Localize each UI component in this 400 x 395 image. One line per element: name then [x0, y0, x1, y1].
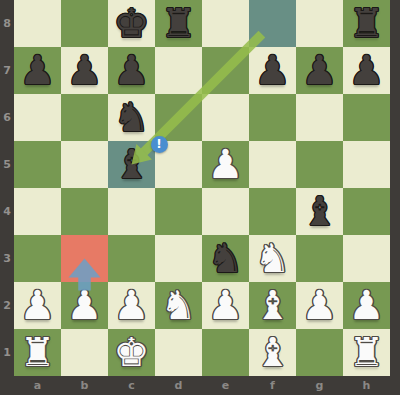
white-bishop-f2[interactable]: ♝	[255, 285, 291, 325]
square-f4[interactable]	[249, 188, 296, 235]
square-h3[interactable]	[343, 235, 390, 282]
square-d6[interactable]	[155, 94, 202, 141]
square-f3[interactable]: ♞	[249, 235, 296, 282]
white-knight-d2[interactable]: ♞	[161, 285, 197, 325]
square-c4[interactable]	[108, 188, 155, 235]
square-g6[interactable]	[296, 94, 343, 141]
square-f5[interactable]	[249, 141, 296, 188]
square-f7[interactable]: ♟	[249, 47, 296, 94]
square-g2[interactable]: ♟	[296, 282, 343, 329]
black-pawn-b7[interactable]: ♟	[67, 50, 103, 90]
square-c5[interactable]: ♝	[108, 141, 155, 188]
white-bishop-f1[interactable]: ♝	[255, 332, 291, 372]
square-f1[interactable]: ♝	[249, 329, 296, 376]
file-label-b: b	[61, 376, 108, 395]
square-a7[interactable]: ♟	[14, 47, 61, 94]
square-e4[interactable]	[202, 188, 249, 235]
square-d3[interactable]	[155, 235, 202, 282]
file-label-g: g	[296, 376, 343, 395]
black-pawn-h7[interactable]: ♟	[349, 50, 385, 90]
square-c8[interactable]: ♚	[108, 0, 155, 47]
square-g7[interactable]: ♟	[296, 47, 343, 94]
square-g8[interactable]	[296, 0, 343, 47]
rank-label-3: 3	[0, 235, 14, 282]
square-f8[interactable]	[249, 0, 296, 47]
black-knight-e3[interactable]: ♞	[208, 238, 244, 278]
square-d8[interactable]: ♜	[155, 0, 202, 47]
square-h6[interactable]	[343, 94, 390, 141]
square-c1[interactable]: ♚	[108, 329, 155, 376]
black-bishop-g4[interactable]: ♝	[302, 191, 338, 231]
square-h7[interactable]: ♟	[343, 47, 390, 94]
square-d2[interactable]: ♞	[155, 282, 202, 329]
black-king-c8[interactable]: ♚	[114, 3, 150, 43]
square-b6[interactable]	[61, 94, 108, 141]
rank-label-7: 7	[0, 47, 14, 94]
square-c3[interactable]	[108, 235, 155, 282]
file-label-h: h	[343, 376, 390, 395]
square-a4[interactable]	[14, 188, 61, 235]
square-e8[interactable]	[202, 0, 249, 47]
square-h5[interactable]	[343, 141, 390, 188]
file-label-c: c	[108, 376, 155, 395]
square-h4[interactable]	[343, 188, 390, 235]
black-rook-h8[interactable]: ♜	[349, 3, 385, 43]
square-e5[interactable]: ♟	[202, 141, 249, 188]
move-quality-badge: !	[151, 136, 168, 153]
square-d4[interactable]	[155, 188, 202, 235]
rank-label-5: 5	[0, 141, 14, 188]
square-e2[interactable]: ♟	[202, 282, 249, 329]
white-pawn-e5[interactable]: ♟	[208, 144, 244, 184]
square-g5[interactable]	[296, 141, 343, 188]
square-d1[interactable]	[155, 329, 202, 376]
badge-symbol: !	[156, 138, 161, 150]
rank-label-4: 4	[0, 188, 14, 235]
square-f6[interactable]	[249, 94, 296, 141]
white-knight-f3[interactable]: ♞	[255, 238, 291, 278]
square-c7[interactable]: ♟	[108, 47, 155, 94]
black-pawn-g7[interactable]: ♟	[302, 50, 338, 90]
file-label-d: d	[155, 376, 202, 395]
square-a5[interactable]	[14, 141, 61, 188]
file-label-e: e	[202, 376, 249, 395]
rank-label-8: 8	[0, 0, 14, 47]
white-rook-h1[interactable]: ♜	[349, 332, 385, 372]
white-pawn-e2[interactable]: ♟	[208, 285, 244, 325]
square-a8[interactable]	[14, 0, 61, 47]
square-a6[interactable]	[14, 94, 61, 141]
file-label-f: f	[249, 376, 296, 395]
square-d7[interactable]	[155, 47, 202, 94]
square-a3[interactable]	[14, 235, 61, 282]
rank-label-6: 6	[0, 94, 14, 141]
square-b3[interactable]	[61, 235, 108, 282]
black-pawn-a7[interactable]: ♟	[20, 50, 56, 90]
square-g1[interactable]	[296, 329, 343, 376]
square-e6[interactable]	[202, 94, 249, 141]
square-b4[interactable]	[61, 188, 108, 235]
square-b7[interactable]: ♟	[61, 47, 108, 94]
rank-label-2: 2	[0, 282, 14, 329]
square-e1[interactable]	[202, 329, 249, 376]
white-king-c1[interactable]: ♚	[114, 332, 150, 372]
rank-label-1: 1	[0, 329, 14, 376]
white-pawn-c2[interactable]: ♟	[114, 285, 150, 325]
square-f2[interactable]: ♝	[249, 282, 296, 329]
black-pawn-c7[interactable]: ♟	[114, 50, 150, 90]
black-bishop-c5[interactable]: ♝	[114, 144, 150, 184]
black-rook-d8[interactable]: ♜	[161, 3, 197, 43]
chess-review-screen: { "game": "chess", "position": "2kr3r/pp…	[0, 0, 400, 395]
square-g4[interactable]: ♝	[296, 188, 343, 235]
square-g3[interactable]	[296, 235, 343, 282]
square-h1[interactable]: ♜	[343, 329, 390, 376]
square-h2[interactable]: ♟	[343, 282, 390, 329]
white-pawn-g2[interactable]: ♟	[302, 285, 338, 325]
white-pawn-h2[interactable]: ♟	[349, 285, 385, 325]
square-e3[interactable]: ♞	[202, 235, 249, 282]
white-pawn-a2[interactable]: ♟	[20, 285, 56, 325]
board: ♚♜♜♟♟♟♟♟♟♞♝♟♝♞♞♟♟♟♞♟♝♟♟♜♚♝♜	[14, 0, 390, 376]
square-e7[interactable]	[202, 47, 249, 94]
square-h8[interactable]: ♜	[343, 0, 390, 47]
square-b2[interactable]: ♟	[61, 282, 108, 329]
square-a2[interactable]: ♟	[14, 282, 61, 329]
square-b5[interactable]	[61, 141, 108, 188]
white-rook-a1[interactable]: ♜	[20, 332, 56, 372]
square-a1[interactable]: ♜	[14, 329, 61, 376]
square-b1[interactable]	[61, 329, 108, 376]
file-label-a: a	[14, 376, 61, 395]
square-c2[interactable]: ♟	[108, 282, 155, 329]
black-pawn-f7[interactable]: ♟	[255, 50, 291, 90]
square-c6[interactable]: ♞	[108, 94, 155, 141]
square-b8[interactable]	[61, 0, 108, 47]
black-knight-c6[interactable]: ♞	[114, 97, 150, 137]
white-pawn-b2[interactable]: ♟	[67, 285, 103, 325]
